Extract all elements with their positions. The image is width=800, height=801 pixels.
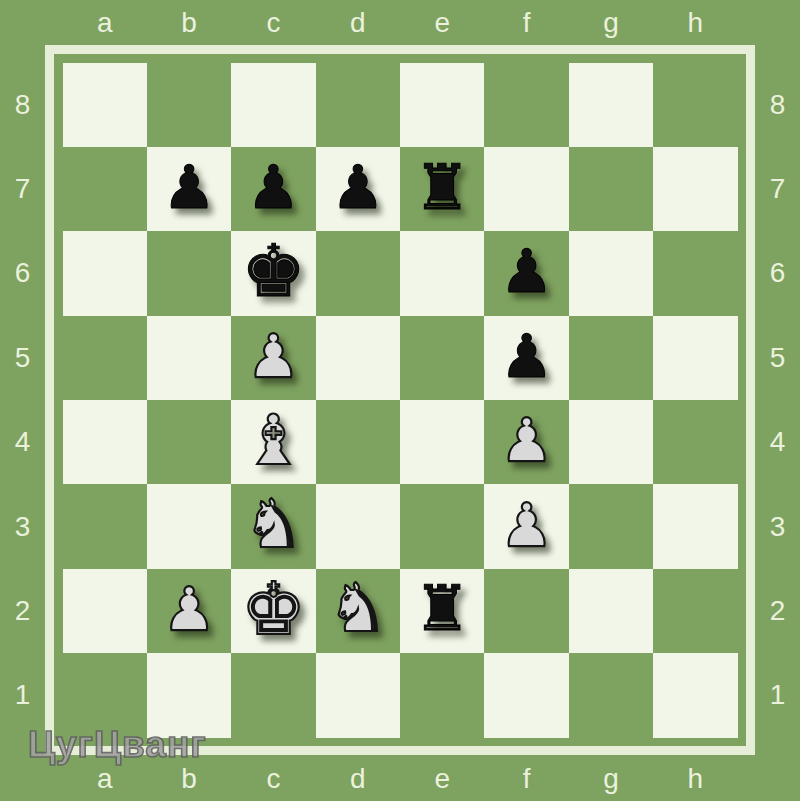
square-c2[interactable]: ♚ <box>231 569 315 653</box>
file-label-f: f <box>484 756 568 801</box>
square-e2[interactable]: ♜ <box>400 569 484 653</box>
square-g1[interactable] <box>569 653 653 737</box>
site-watermark: ЦугЦванг <box>28 724 207 766</box>
square-b5[interactable] <box>147 316 231 400</box>
square-h4[interactable] <box>653 400 737 484</box>
square-g4[interactable] <box>569 400 653 484</box>
rank-label-7: 7 <box>0 147 45 231</box>
board-squares: ♟♟♟♜♚♟♟♟♝♟♞♟♟♚♞♜ <box>63 63 738 738</box>
rank-label-7: 7 <box>755 147 800 231</box>
rank-label-1: 1 <box>755 653 800 737</box>
square-a3[interactable] <box>63 484 147 568</box>
square-a7[interactable] <box>63 147 147 231</box>
square-g5[interactable] <box>569 316 653 400</box>
rank-label-4: 4 <box>0 400 45 484</box>
file-label-h: h <box>653 756 737 801</box>
black-pawn-b7[interactable]: ♟ <box>162 157 216 217</box>
square-h3[interactable] <box>653 484 737 568</box>
square-g2[interactable] <box>569 569 653 653</box>
square-h7[interactable] <box>653 147 737 231</box>
rank-label-5: 5 <box>0 316 45 400</box>
file-label-e: e <box>400 756 484 801</box>
white-knight-c3[interactable]: ♞ <box>243 491 303 558</box>
square-a8[interactable] <box>63 63 147 147</box>
file-label-e: e <box>400 0 484 45</box>
square-e1[interactable] <box>400 653 484 737</box>
file-label-c: c <box>231 756 315 801</box>
square-e6[interactable] <box>400 231 484 315</box>
square-f7[interactable] <box>484 147 568 231</box>
black-pawn-c7[interactable]: ♟ <box>247 157 301 217</box>
rank-label-4: 4 <box>755 400 800 484</box>
file-label-d: d <box>316 756 400 801</box>
rank-label-5: 5 <box>755 316 800 400</box>
square-d5[interactable] <box>316 316 400 400</box>
square-g8[interactable] <box>569 63 653 147</box>
square-f5[interactable]: ♟ <box>484 316 568 400</box>
rank-labels-right: 87654321 <box>755 63 800 738</box>
rank-label-3: 3 <box>755 484 800 568</box>
square-d7[interactable]: ♟ <box>316 147 400 231</box>
square-e7[interactable]: ♜ <box>400 147 484 231</box>
square-b2[interactable]: ♟ <box>147 569 231 653</box>
file-label-g: g <box>569 0 653 45</box>
file-label-f: f <box>484 0 568 45</box>
square-e4[interactable] <box>400 400 484 484</box>
square-c1[interactable] <box>231 653 315 737</box>
square-e8[interactable] <box>400 63 484 147</box>
square-h1[interactable] <box>653 653 737 737</box>
square-f3[interactable]: ♟ <box>484 484 568 568</box>
white-king-c2[interactable]: ♚ <box>241 573 306 645</box>
square-f1[interactable] <box>484 653 568 737</box>
white-pawn-c5[interactable]: ♟ <box>247 326 301 386</box>
file-label-h: h <box>653 0 737 45</box>
square-f2[interactable] <box>484 569 568 653</box>
white-knight-d2[interactable]: ♞ <box>328 575 388 642</box>
square-a6[interactable] <box>63 231 147 315</box>
square-b7[interactable]: ♟ <box>147 147 231 231</box>
square-g7[interactable] <box>569 147 653 231</box>
square-e5[interactable] <box>400 316 484 400</box>
file-label-b: b <box>147 0 231 45</box>
square-b4[interactable] <box>147 400 231 484</box>
black-rook-e7[interactable]: ♜ <box>414 156 470 219</box>
square-h5[interactable] <box>653 316 737 400</box>
black-pawn-f6[interactable]: ♟ <box>500 241 554 301</box>
square-a4[interactable] <box>63 400 147 484</box>
square-c6[interactable]: ♚ <box>231 231 315 315</box>
square-d2[interactable]: ♞ <box>316 569 400 653</box>
file-labels-top: abcdefgh <box>63 0 738 45</box>
chess-diagram: abcdefgh abcdefgh 87654321 87654321 ♟♟♟♜… <box>0 0 800 801</box>
square-e3[interactable] <box>400 484 484 568</box>
square-f8[interactable] <box>484 63 568 147</box>
square-f4[interactable]: ♟ <box>484 400 568 484</box>
black-king-c6[interactable]: ♚ <box>241 235 306 307</box>
rank-label-2: 2 <box>755 569 800 653</box>
rank-label-8: 8 <box>0 63 45 147</box>
square-d3[interactable] <box>316 484 400 568</box>
square-b8[interactable] <box>147 63 231 147</box>
rank-label-3: 3 <box>0 484 45 568</box>
rank-label-2: 2 <box>0 569 45 653</box>
file-label-d: d <box>316 0 400 45</box>
square-c7[interactable]: ♟ <box>231 147 315 231</box>
square-f6[interactable]: ♟ <box>484 231 568 315</box>
square-b3[interactable] <box>147 484 231 568</box>
square-g6[interactable] <box>569 231 653 315</box>
file-label-c: c <box>231 0 315 45</box>
white-pawn-b2[interactable]: ♟ <box>162 579 216 639</box>
square-c4[interactable]: ♝ <box>231 400 315 484</box>
square-c5[interactable]: ♟ <box>231 316 315 400</box>
square-h6[interactable] <box>653 231 737 315</box>
black-pawn-f5[interactable]: ♟ <box>500 326 554 386</box>
square-c8[interactable] <box>231 63 315 147</box>
rank-label-6: 6 <box>0 231 45 315</box>
square-a2[interactable] <box>63 569 147 653</box>
white-pawn-f3[interactable]: ♟ <box>500 495 554 555</box>
square-d8[interactable] <box>316 63 400 147</box>
square-g3[interactable] <box>569 484 653 568</box>
square-c3[interactable]: ♞ <box>231 484 315 568</box>
square-d4[interactable] <box>316 400 400 484</box>
square-a5[interactable] <box>63 316 147 400</box>
white-pawn-f4[interactable]: ♟ <box>500 410 554 470</box>
black-pawn-d7[interactable]: ♟ <box>331 157 385 217</box>
file-label-g: g <box>569 756 653 801</box>
square-b6[interactable] <box>147 231 231 315</box>
rank-label-6: 6 <box>755 231 800 315</box>
square-h8[interactable] <box>653 63 737 147</box>
square-h2[interactable] <box>653 569 737 653</box>
square-d6[interactable] <box>316 231 400 315</box>
black-rook-e2[interactable]: ♜ <box>414 577 470 640</box>
white-bishop-c4[interactable]: ♝ <box>243 406 305 475</box>
file-label-a: a <box>63 0 147 45</box>
rank-labels-left: 87654321 <box>0 63 45 738</box>
square-d1[interactable] <box>316 653 400 737</box>
rank-label-8: 8 <box>755 63 800 147</box>
